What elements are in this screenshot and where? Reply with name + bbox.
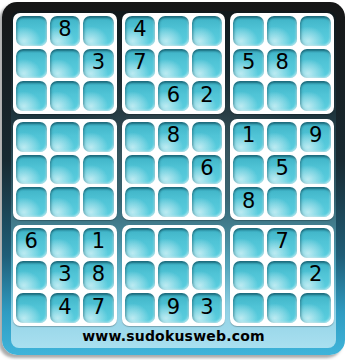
given-digit: 9 [309, 125, 322, 146]
sudoku-board: 834762588619586138479372 [13, 13, 334, 326]
cell-r2c3[interactable]: 3 [83, 49, 114, 79]
cell-r2c5[interactable] [158, 49, 189, 79]
cell-r3c8[interactable] [267, 81, 298, 111]
cell-r1c3[interactable] [83, 16, 114, 46]
cell-r9c2[interactable]: 4 [50, 293, 81, 323]
cell-r2c7[interactable]: 5 [233, 49, 264, 79]
cell-r3c5[interactable]: 6 [158, 81, 189, 111]
given-digit: 8 [167, 125, 180, 146]
cell-r4c1[interactable] [16, 122, 47, 152]
cell-r9c8[interactable] [267, 293, 298, 323]
sudokusweb-link[interactable]: www.sudokusweb.com [82, 328, 265, 344]
given-digit: 7 [92, 297, 105, 318]
cell-r7c6[interactable] [192, 228, 223, 258]
box-1: 83 [13, 13, 117, 114]
cell-r1c1[interactable] [16, 16, 47, 46]
board-background: 834762588619586138479372 www.sudokusweb.… [11, 11, 336, 348]
cell-r4c9[interactable]: 9 [300, 122, 331, 152]
given-digit: 6 [25, 231, 38, 252]
cell-r6c8[interactable] [267, 187, 298, 217]
cell-r2c4[interactable]: 7 [125, 49, 156, 79]
cell-r8c7[interactable] [233, 261, 264, 291]
cell-r9c3[interactable]: 7 [83, 293, 114, 323]
cell-r4c8[interactable] [267, 122, 298, 152]
cell-r6c9[interactable] [300, 187, 331, 217]
cell-r9c4[interactable] [125, 293, 156, 323]
cell-r5c4[interactable] [125, 155, 156, 185]
cell-r3c3[interactable] [83, 81, 114, 111]
cell-r1c7[interactable] [233, 16, 264, 46]
cell-r4c6[interactable] [192, 122, 223, 152]
box-5: 86 [122, 119, 226, 220]
cell-r6c7[interactable]: 8 [233, 187, 264, 217]
cell-r1c5[interactable] [158, 16, 189, 46]
cell-r5c3[interactable] [83, 155, 114, 185]
cell-r8c8[interactable] [267, 261, 298, 291]
given-digit: 1 [92, 231, 105, 252]
cell-r3c1[interactable] [16, 81, 47, 111]
page: 834762588619586138479372 www.sudokusweb.… [0, 0, 350, 360]
cell-r4c7[interactable]: 1 [233, 122, 264, 152]
cell-r1c9[interactable] [300, 16, 331, 46]
given-digit: 6 [167, 85, 180, 106]
cell-r7c8[interactable]: 7 [267, 228, 298, 258]
cell-r6c3[interactable] [83, 187, 114, 217]
cell-r2c2[interactable] [50, 49, 81, 79]
cell-r6c5[interactable] [158, 187, 189, 217]
cell-r5c5[interactable] [158, 155, 189, 185]
given-digit: 8 [92, 264, 105, 285]
cell-r9c1[interactable] [16, 293, 47, 323]
cell-r7c2[interactable] [50, 228, 81, 258]
cell-r7c7[interactable] [233, 228, 264, 258]
cell-r8c4[interactable] [125, 261, 156, 291]
cell-r2c1[interactable] [16, 49, 47, 79]
cell-r9c6[interactable]: 3 [192, 293, 223, 323]
cell-r9c7[interactable] [233, 293, 264, 323]
given-digit: 6 [200, 158, 213, 179]
given-digit: 3 [200, 297, 213, 318]
cell-r3c4[interactable] [125, 81, 156, 111]
cell-r8c5[interactable] [158, 261, 189, 291]
cell-r5c9[interactable] [300, 155, 331, 185]
given-digit: 2 [309, 264, 322, 285]
cell-r7c3[interactable]: 1 [83, 228, 114, 258]
footer: www.sudokusweb.com [13, 326, 334, 346]
given-digit: 5 [275, 158, 288, 179]
box-3: 58 [230, 13, 334, 114]
cell-r4c2[interactable] [50, 122, 81, 152]
cell-r2c8[interactable]: 8 [267, 49, 298, 79]
cell-r5c6[interactable]: 6 [192, 155, 223, 185]
cell-r3c6[interactable]: 2 [192, 81, 223, 111]
given-digit: 7 [275, 231, 288, 252]
cell-r3c9[interactable] [300, 81, 331, 111]
cell-r8c9[interactable]: 2 [300, 261, 331, 291]
given-digit: 4 [58, 297, 71, 318]
cell-r6c2[interactable] [50, 187, 81, 217]
given-digit: 4 [133, 19, 146, 40]
cell-r6c4[interactable] [125, 187, 156, 217]
given-digit: 3 [92, 52, 105, 73]
cell-r3c7[interactable] [233, 81, 264, 111]
cell-r1c6[interactable] [192, 16, 223, 46]
cell-r7c1[interactable]: 6 [16, 228, 47, 258]
cell-r3c2[interactable] [50, 81, 81, 111]
sudoku-board-frame: 834762588619586138479372 www.sudokusweb.… [2, 2, 345, 355]
cell-r4c5[interactable]: 8 [158, 122, 189, 152]
given-digit: 3 [58, 264, 71, 285]
given-digit: 8 [242, 191, 255, 212]
cell-r6c6[interactable] [192, 187, 223, 217]
box-7: 613847 [13, 225, 117, 326]
cell-r4c3[interactable] [83, 122, 114, 152]
given-digit: 8 [275, 52, 288, 73]
given-digit: 7 [133, 52, 146, 73]
cell-r2c9[interactable] [300, 49, 331, 79]
cell-r5c8[interactable]: 5 [267, 155, 298, 185]
cell-r8c2[interactable]: 3 [50, 261, 81, 291]
box-9: 72 [230, 225, 334, 326]
given-digit: 8 [58, 19, 71, 40]
box-4 [13, 119, 117, 220]
cell-r8c6[interactable] [192, 261, 223, 291]
cell-r4c4[interactable] [125, 122, 156, 152]
cell-r1c4[interactable]: 4 [125, 16, 156, 46]
cell-r9c9[interactable] [300, 293, 331, 323]
box-8: 93 [122, 225, 226, 326]
cell-r1c8[interactable] [267, 16, 298, 46]
cell-r8c1[interactable] [16, 261, 47, 291]
given-digit: 9 [167, 297, 180, 318]
box-6: 1958 [230, 119, 334, 220]
given-digit: 1 [242, 125, 255, 146]
cell-r7c4[interactable] [125, 228, 156, 258]
cell-r5c1[interactable] [16, 155, 47, 185]
cell-r7c9[interactable] [300, 228, 331, 258]
cell-r5c2[interactable] [50, 155, 81, 185]
cell-r7c5[interactable] [158, 228, 189, 258]
given-digit: 5 [242, 52, 255, 73]
box-2: 4762 [122, 13, 226, 114]
cell-r6c1[interactable] [16, 187, 47, 217]
cell-r8c3[interactable]: 8 [83, 261, 114, 291]
cell-r2c6[interactable] [192, 49, 223, 79]
cell-r5c7[interactable] [233, 155, 264, 185]
given-digit: 2 [200, 85, 213, 106]
cell-r9c5[interactable]: 9 [158, 293, 189, 323]
cell-r1c2[interactable]: 8 [50, 16, 81, 46]
